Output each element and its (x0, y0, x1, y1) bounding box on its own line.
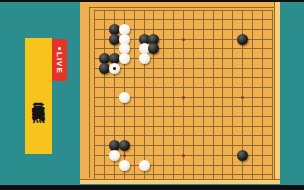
intersection (100, 112, 110, 122)
intersection (238, 102, 248, 112)
intersection (257, 121, 267, 131)
intersection (129, 83, 139, 93)
intersection (198, 34, 208, 44)
intersection (248, 160, 258, 170)
intersection (218, 25, 228, 35)
intersection (120, 92, 130, 102)
board-grid (90, 5, 277, 184)
intersection (208, 141, 218, 151)
intersection (100, 15, 110, 25)
stream-title-banner: 星三间高夹双飞燕 (25, 38, 52, 154)
intersection (238, 92, 248, 102)
intersection (228, 73, 238, 83)
intersection (139, 25, 149, 35)
intersection (257, 141, 267, 151)
intersection (90, 5, 100, 15)
intersection (159, 15, 169, 25)
intersection (120, 54, 130, 64)
intersection (169, 160, 179, 170)
intersection (198, 44, 208, 54)
intersection (198, 63, 208, 73)
intersection (149, 54, 159, 64)
intersection (149, 131, 159, 141)
intersection (208, 54, 218, 64)
intersection (238, 112, 248, 122)
intersection (179, 54, 189, 64)
intersection (257, 160, 267, 170)
intersection (228, 131, 238, 141)
intersection (100, 5, 110, 15)
intersection (159, 54, 169, 64)
intersection (120, 25, 130, 35)
intersection (100, 160, 110, 170)
intersection (198, 102, 208, 112)
black-stone (119, 140, 130, 151)
intersection (228, 25, 238, 35)
intersection (208, 112, 218, 122)
intersection (228, 83, 238, 93)
intersection (120, 102, 130, 112)
board-edge-bottom (80, 179, 280, 184)
intersection (90, 141, 100, 151)
intersection (218, 160, 228, 170)
white-stone (119, 92, 130, 103)
intersection (218, 34, 228, 44)
intersection (218, 102, 228, 112)
intersection (129, 112, 139, 122)
intersection (257, 112, 267, 122)
intersection (100, 102, 110, 112)
intersection (149, 151, 159, 161)
intersection (228, 141, 238, 151)
intersection (208, 5, 218, 15)
letterbox-bottom (0, 185, 304, 190)
intersection (90, 73, 100, 83)
intersection (218, 141, 228, 151)
intersection (238, 73, 248, 83)
intersection (120, 151, 130, 161)
intersection (198, 73, 208, 83)
intersection (188, 63, 198, 73)
intersection (218, 121, 228, 131)
intersection (238, 25, 248, 35)
intersection (90, 160, 100, 170)
intersection (257, 73, 267, 83)
white-stone (109, 150, 120, 161)
intersection (129, 92, 139, 102)
intersection (218, 83, 228, 93)
intersection (110, 121, 120, 131)
intersection (149, 83, 159, 93)
intersection (248, 83, 258, 93)
intersection (188, 112, 198, 122)
intersection (139, 83, 149, 93)
intersection (208, 63, 218, 73)
intersection (208, 102, 218, 112)
intersection (129, 160, 139, 170)
intersection (238, 5, 248, 15)
intersection (198, 141, 208, 151)
board-edge-right (274, 2, 280, 184)
intersection (90, 102, 100, 112)
intersection (90, 15, 100, 25)
intersection (169, 121, 179, 131)
video-frame: 星三间高夹双飞燕 LIVE (0, 0, 304, 190)
intersection (149, 160, 159, 170)
intersection (238, 44, 248, 54)
intersection (129, 25, 139, 35)
intersection (218, 151, 228, 161)
intersection (110, 112, 120, 122)
live-badge-label: LIVE (52, 52, 67, 74)
intersection (188, 141, 198, 151)
intersection (159, 63, 169, 73)
white-stone-last-move (109, 63, 120, 74)
intersection (139, 15, 149, 25)
intersection (90, 44, 100, 54)
intersection (139, 63, 149, 73)
intersection (120, 141, 130, 151)
intersection (248, 73, 258, 83)
intersection (129, 15, 139, 25)
intersection (159, 34, 169, 44)
intersection (208, 160, 218, 170)
intersection (228, 92, 238, 102)
intersection (218, 5, 228, 15)
intersection (110, 73, 120, 83)
intersection (149, 73, 159, 83)
intersection (110, 63, 120, 73)
intersection (228, 63, 238, 73)
intersection (198, 83, 208, 93)
intersection (169, 25, 179, 35)
intersection (169, 44, 179, 54)
letterbox-top (0, 0, 304, 2)
intersection (257, 25, 267, 35)
intersection (169, 83, 179, 93)
intersection (179, 34, 189, 44)
intersection (257, 83, 267, 93)
intersection (248, 15, 258, 25)
intersection (90, 131, 100, 141)
intersection (120, 160, 130, 170)
intersection (159, 102, 169, 112)
intersection (248, 25, 258, 35)
intersection (139, 5, 149, 15)
intersection (228, 44, 238, 54)
intersection (198, 160, 208, 170)
intersection (179, 15, 189, 25)
intersection (149, 121, 159, 131)
intersection (90, 121, 100, 131)
live-dot-icon (58, 47, 61, 50)
white-stone (119, 160, 130, 171)
intersection (238, 15, 248, 25)
intersection (159, 141, 169, 151)
intersection (129, 121, 139, 131)
intersection (169, 73, 179, 83)
intersection (159, 92, 169, 102)
intersection (169, 92, 179, 102)
intersection (149, 102, 159, 112)
intersection (188, 151, 198, 161)
intersection (169, 63, 179, 73)
black-stone (148, 43, 159, 54)
intersection (218, 112, 228, 122)
intersection (179, 73, 189, 83)
intersection (198, 151, 208, 161)
intersection (238, 121, 248, 131)
intersection (100, 131, 110, 141)
intersection (110, 102, 120, 112)
intersection (218, 63, 228, 73)
intersection (218, 73, 228, 83)
intersection (90, 83, 100, 93)
intersection (198, 92, 208, 102)
intersection (120, 121, 130, 131)
intersection (188, 5, 198, 15)
intersection (218, 131, 228, 141)
intersection (159, 25, 169, 35)
intersection (179, 83, 189, 93)
intersection (228, 112, 238, 122)
intersection (90, 112, 100, 122)
intersection (238, 63, 248, 73)
intersection (139, 112, 149, 122)
white-stone (119, 53, 130, 64)
intersection (248, 5, 258, 15)
intersection (238, 54, 248, 64)
intersection (129, 5, 139, 15)
intersection (188, 73, 198, 83)
intersection (208, 92, 218, 102)
intersection (228, 54, 238, 64)
intersection (248, 131, 258, 141)
intersection (188, 34, 198, 44)
white-stone (139, 160, 150, 171)
intersection (139, 73, 149, 83)
intersection (120, 83, 130, 93)
white-stone (139, 53, 150, 64)
intersection (149, 141, 159, 151)
intersection (179, 112, 189, 122)
intersection (139, 102, 149, 112)
intersection (257, 54, 267, 64)
intersection (248, 63, 258, 73)
intersection (198, 15, 208, 25)
intersection (129, 54, 139, 64)
intersection (129, 151, 139, 161)
intersection (169, 102, 179, 112)
intersection (129, 141, 139, 151)
intersection (149, 15, 159, 25)
intersection (100, 83, 110, 93)
intersection (179, 44, 189, 54)
intersection (110, 5, 120, 15)
intersection (179, 131, 189, 141)
intersection (198, 5, 208, 15)
intersection (139, 141, 149, 151)
intersection (179, 92, 189, 102)
intersection (90, 25, 100, 35)
intersection (188, 121, 198, 131)
intersection (159, 44, 169, 54)
intersection (90, 34, 100, 44)
intersection (159, 112, 169, 122)
intersection (139, 92, 149, 102)
intersection (169, 151, 179, 161)
intersection (179, 151, 189, 161)
intersection (248, 151, 258, 161)
intersection (129, 102, 139, 112)
intersection (149, 92, 159, 102)
intersection (169, 34, 179, 44)
stream-title-text: 星三间高夹双飞燕 (25, 92, 52, 100)
intersection (179, 160, 189, 170)
intersection (129, 131, 139, 141)
intersection (169, 15, 179, 25)
intersection (248, 102, 258, 112)
intersection (257, 151, 267, 161)
stream-background: 星三间高夹双飞燕 LIVE (0, 2, 304, 185)
intersection (228, 121, 238, 131)
intersection (218, 92, 228, 102)
intersection (169, 54, 179, 64)
intersection (139, 131, 149, 141)
intersection (257, 102, 267, 112)
intersection (208, 73, 218, 83)
intersection (248, 34, 258, 44)
intersection (169, 131, 179, 141)
intersection (159, 5, 169, 15)
intersection (188, 54, 198, 64)
intersection (159, 160, 169, 170)
live-badge: LIVE (52, 39, 67, 81)
intersection (129, 44, 139, 54)
intersection (179, 102, 189, 112)
intersection (228, 15, 238, 25)
intersection (257, 34, 267, 44)
intersection (110, 83, 120, 93)
intersection (188, 102, 198, 112)
intersection (208, 25, 218, 35)
intersection (139, 160, 149, 170)
intersection (139, 151, 149, 161)
intersection (248, 112, 258, 122)
intersection (120, 73, 130, 83)
intersection (208, 44, 218, 54)
intersection (149, 25, 159, 35)
intersection (169, 5, 179, 15)
intersection (188, 83, 198, 93)
intersection (159, 131, 169, 141)
intersection (208, 131, 218, 141)
intersection (188, 25, 198, 35)
intersection (100, 121, 110, 131)
intersection (139, 54, 149, 64)
intersection (120, 63, 130, 73)
intersection (90, 92, 100, 102)
intersection (169, 112, 179, 122)
black-stone (237, 34, 248, 45)
intersection (248, 54, 258, 64)
intersection (188, 92, 198, 102)
intersection (218, 54, 228, 64)
intersection (248, 141, 258, 151)
intersection (238, 34, 248, 44)
intersection (139, 121, 149, 131)
intersection (208, 121, 218, 131)
intersection (238, 83, 248, 93)
intersection (228, 160, 238, 170)
black-stone (237, 150, 248, 161)
intersection (179, 63, 189, 73)
intersection (169, 141, 179, 151)
intersection (149, 44, 159, 54)
intersection (100, 73, 110, 83)
intersection (257, 15, 267, 25)
intersection (179, 121, 189, 131)
intersection (149, 63, 159, 73)
intersection (208, 15, 218, 25)
intersection (228, 5, 238, 15)
intersection (198, 112, 208, 122)
intersection (257, 92, 267, 102)
intersection (198, 121, 208, 131)
intersection (110, 151, 120, 161)
intersection (257, 131, 267, 141)
intersection (248, 92, 258, 102)
intersection (238, 160, 248, 170)
intersection (257, 5, 267, 15)
intersection (159, 73, 169, 83)
intersection (179, 141, 189, 151)
intersection (179, 25, 189, 35)
intersection (120, 112, 130, 122)
intersection (120, 5, 130, 15)
intersection (257, 63, 267, 73)
intersection (159, 151, 169, 161)
intersection (188, 131, 198, 141)
intersection (129, 73, 139, 83)
intersection (179, 5, 189, 15)
intersection (218, 44, 228, 54)
intersection (149, 5, 159, 15)
intersection (188, 160, 198, 170)
intersection (238, 131, 248, 141)
intersection (149, 112, 159, 122)
intersection (238, 151, 248, 161)
intersection (248, 44, 258, 54)
intersection (129, 34, 139, 44)
go-board (80, 2, 280, 184)
intersection (188, 44, 198, 54)
intersection (159, 83, 169, 93)
intersection (228, 102, 238, 112)
intersection (129, 63, 139, 73)
intersection (198, 54, 208, 64)
intersection (208, 83, 218, 93)
intersection (218, 15, 228, 25)
intersection (208, 34, 218, 44)
intersection (100, 92, 110, 102)
intersection (188, 15, 198, 25)
intersection (198, 131, 208, 141)
intersection (159, 121, 169, 131)
intersection (208, 151, 218, 161)
intersection (90, 151, 100, 161)
intersection (198, 25, 208, 35)
